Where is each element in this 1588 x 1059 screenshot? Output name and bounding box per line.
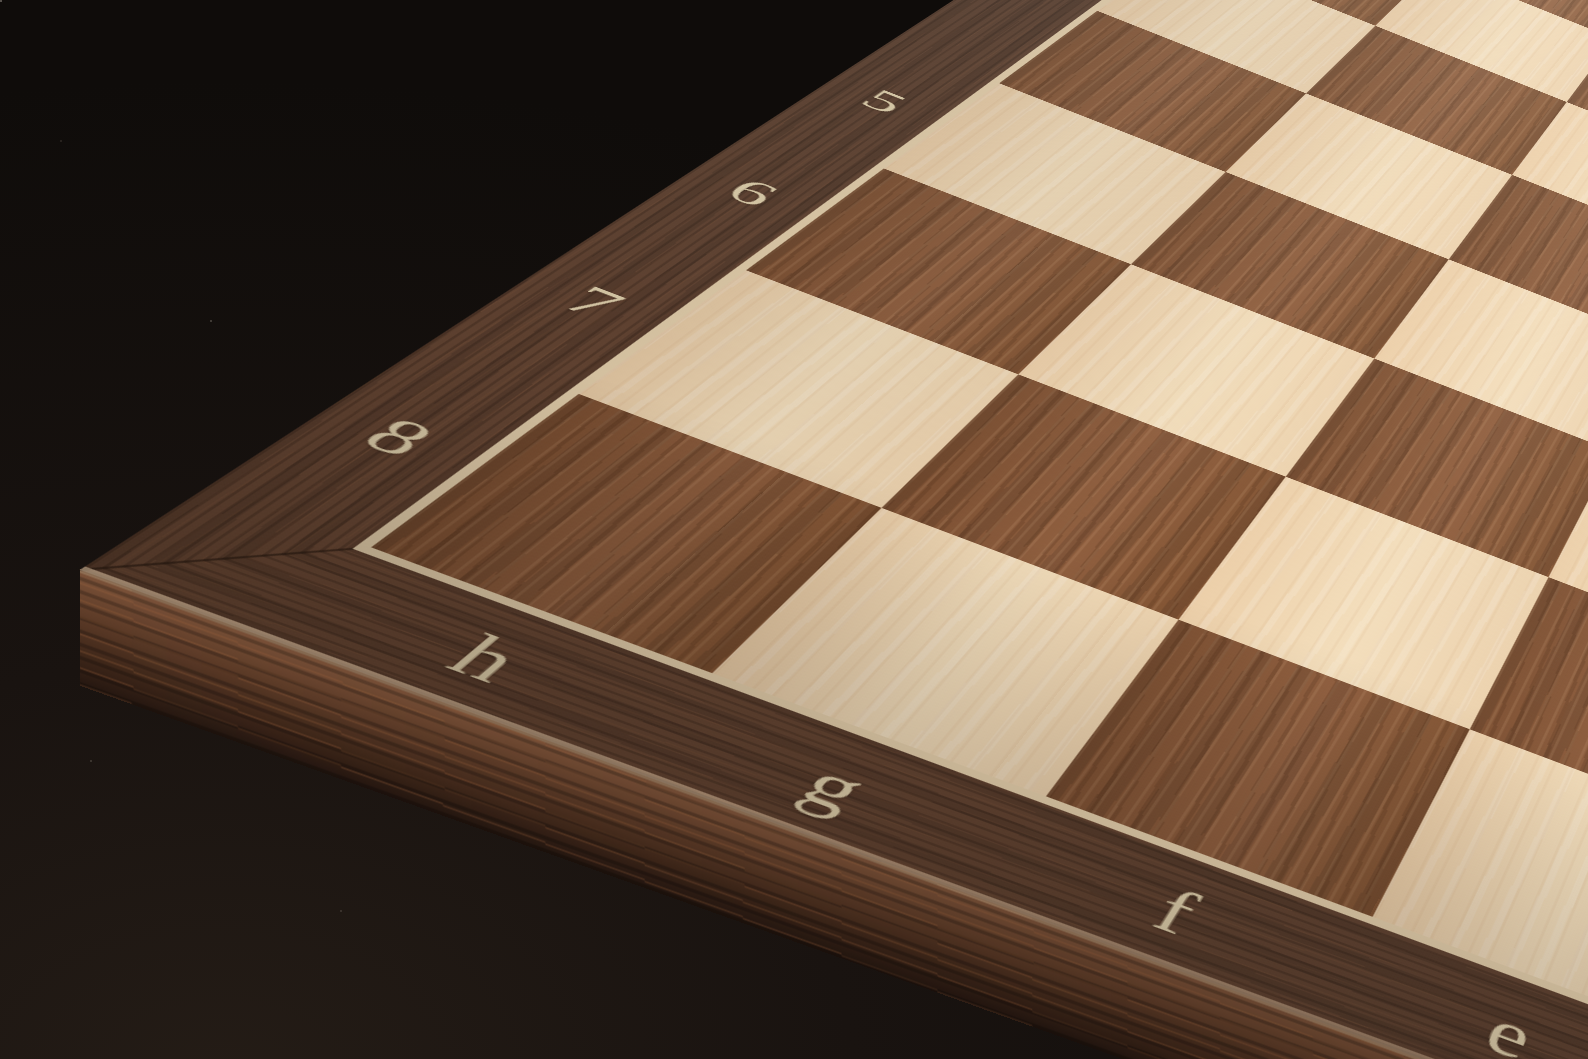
dust-specks xyxy=(0,0,2,2)
photo-background: 8765hgfe xyxy=(0,0,1588,1059)
